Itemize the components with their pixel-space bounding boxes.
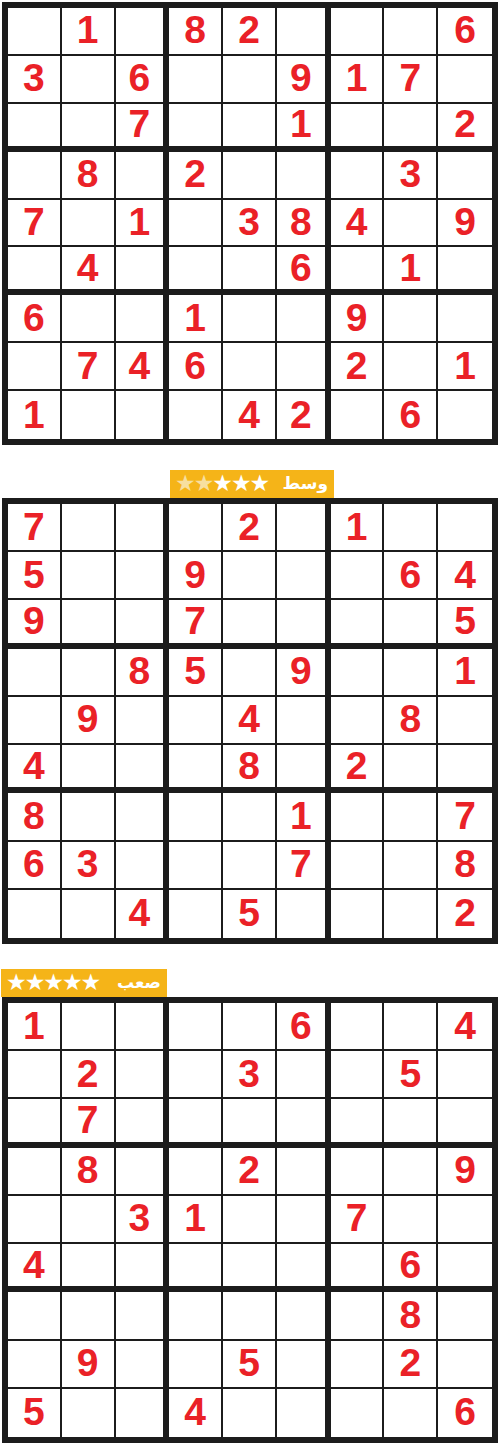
cell-r9c1[interactable]: 5 (8, 1389, 62, 1437)
cell-r6c1[interactable]: 4 (8, 1244, 62, 1292)
cell-r6c1[interactable] (8, 247, 62, 295)
cell-r1c6[interactable] (277, 8, 331, 56)
cell-r7c5[interactable] (223, 793, 277, 841)
cell-r4c5[interactable] (223, 649, 277, 697)
cell-r9c6[interactable] (277, 1389, 331, 1437)
given-digit: 4 (23, 746, 45, 785)
cell-r9c7[interactable] (331, 890, 385, 938)
cell-r6c3[interactable] (116, 247, 170, 295)
cell-r8c5[interactable]: 5 (223, 1341, 277, 1389)
cell-r8c1[interactable] (8, 343, 62, 391)
cell-r1c8[interactable] (384, 8, 438, 56)
cell-r7c8[interactable] (384, 793, 438, 841)
cell-r1c5[interactable]: 2 (223, 8, 277, 56)
given-digit: 4 (129, 893, 151, 932)
cell-r4c9[interactable] (438, 152, 492, 200)
cell-r9c5[interactable] (223, 1389, 277, 1437)
cell-r8c5[interactable] (223, 842, 277, 890)
cell-r4c3[interactable] (116, 1148, 170, 1196)
cell-r2c7[interactable] (331, 552, 385, 600)
cell-r2c9[interactable]: 4 (438, 552, 492, 600)
cell-r2c2[interactable]: 2 (62, 1051, 116, 1099)
cell-r3c5[interactable] (223, 1099, 277, 1147)
cell-r6c5[interactable]: 8 (223, 745, 277, 793)
given-digit: 4 (454, 1006, 476, 1045)
cell-r2c4[interactable] (169, 56, 223, 104)
given-digit: 5 (238, 893, 260, 932)
cell-r2c1[interactable] (8, 1051, 62, 1099)
cell-r7c8[interactable]: 8 (384, 1292, 438, 1340)
cell-r3c2[interactable]: 7 (62, 1099, 116, 1147)
cell-r7c6[interactable]: 1 (277, 793, 331, 841)
cell-r9c2[interactable] (62, 391, 116, 439)
cell-r6c8[interactable] (384, 745, 438, 793)
cell-r4c3[interactable] (116, 152, 170, 200)
sudoku-grid-1: 182636917712823713849461619746211426 (2, 2, 498, 445)
given-digit: 1 (454, 651, 476, 690)
cell-r1c2[interactable] (62, 1003, 116, 1051)
cell-r8c7[interactable]: 2 (331, 343, 385, 391)
cell-r9c3[interactable] (116, 1389, 170, 1437)
cell-r5c4[interactable] (169, 200, 223, 248)
cell-r5c7[interactable]: 7 (331, 1196, 385, 1244)
cell-r8c2[interactable]: 9 (62, 1341, 116, 1389)
cell-r4c1[interactable] (8, 649, 62, 697)
cell-r7c6[interactable] (277, 1292, 331, 1340)
given-digit: 1 (77, 10, 99, 49)
cell-r4c4[interactable]: 2 (169, 152, 223, 200)
cell-r5c2[interactable]: 9 (62, 697, 116, 745)
cell-r8c4[interactable] (169, 1341, 223, 1389)
cell-r3c7[interactable] (331, 104, 385, 152)
cell-r8c7[interactable] (331, 1341, 385, 1389)
cell-r1c1[interactable]: 7 (8, 504, 62, 552)
cell-r8c2[interactable]: 3 (62, 842, 116, 890)
cell-r7c4[interactable] (169, 793, 223, 841)
cell-r7c7[interactable]: 9 (331, 295, 385, 343)
given-digit: 4 (454, 555, 476, 594)
given-digit: 7 (129, 104, 151, 143)
cell-r4c5[interactable]: 2 (223, 1148, 277, 1196)
cell-r9c5[interactable]: 5 (223, 890, 277, 938)
given-digit: 5 (23, 555, 45, 594)
cell-r4c2[interactable] (62, 649, 116, 697)
cell-r4c7[interactable] (331, 649, 385, 697)
cell-r6c1[interactable]: 4 (8, 745, 62, 793)
cell-r8c1[interactable] (8, 1341, 62, 1389)
cell-r6c9[interactable] (438, 745, 492, 793)
cell-r2c7[interactable]: 1 (331, 56, 385, 104)
cell-r9c1[interactable] (8, 890, 62, 938)
cell-r1c3[interactable] (116, 504, 170, 552)
cell-r4c6[interactable] (277, 152, 331, 200)
cell-r9c6[interactable] (277, 890, 331, 938)
cell-r8c1[interactable]: 6 (8, 842, 62, 890)
cell-r7c2[interactable] (62, 295, 116, 343)
cell-r6c7[interactable] (331, 247, 385, 295)
cell-r2c4[interactable]: 9 (169, 552, 223, 600)
given-digit: 2 (238, 1150, 260, 1189)
given-digit: 1 (346, 58, 368, 97)
cell-r5c3[interactable]: 3 (116, 1196, 170, 1244)
cell-r5c5[interactable]: 3 (223, 200, 277, 248)
cell-r1c9[interactable]: 4 (438, 1003, 492, 1051)
given-digit: 7 (184, 601, 206, 640)
given-digit: 9 (184, 555, 206, 594)
cell-r4c2[interactable]: 8 (62, 152, 116, 200)
cell-r8c7[interactable] (331, 842, 385, 890)
cell-r1c3[interactable] (116, 1003, 170, 1051)
cell-r9c6[interactable]: 2 (277, 391, 331, 439)
cell-r8c8[interactable]: 2 (384, 1341, 438, 1389)
cell-r7c1[interactable]: 8 (8, 793, 62, 841)
cell-r3c9[interactable] (438, 1099, 492, 1147)
cell-r8c9[interactable]: 1 (438, 343, 492, 391)
cell-r6c8[interactable]: 1 (384, 247, 438, 295)
given-digit: 9 (77, 699, 99, 738)
cell-r1c8[interactable] (384, 1003, 438, 1051)
cell-r2c4[interactable] (169, 1051, 223, 1099)
star-filled-icon: ★ (231, 472, 252, 495)
cell-r6c9[interactable] (438, 1244, 492, 1292)
cell-r7c9[interactable] (438, 295, 492, 343)
cell-r2c9[interactable] (438, 56, 492, 104)
cell-r7c7[interactable] (331, 1292, 385, 1340)
given-digit: 1 (23, 1006, 45, 1045)
given-digit: 9 (290, 651, 312, 690)
cell-r3c8[interactable] (384, 600, 438, 648)
cell-r6c7[interactable] (331, 1244, 385, 1292)
cell-r3c1[interactable] (8, 1099, 62, 1147)
cell-r1c9[interactable]: 6 (438, 8, 492, 56)
cell-r1c5[interactable]: 2 (223, 504, 277, 552)
given-digit: 6 (454, 1392, 476, 1431)
given-digit: 1 (23, 395, 45, 434)
cell-r5c1[interactable] (8, 697, 62, 745)
cell-r2c9[interactable] (438, 1051, 492, 1099)
cell-r9c4[interactable] (169, 391, 223, 439)
cell-r5c8[interactable] (384, 1196, 438, 1244)
cell-r9c7[interactable] (331, 1389, 385, 1437)
cell-r3c8[interactable] (384, 1099, 438, 1147)
cell-r7c9[interactable] (438, 1292, 492, 1340)
cell-r5c1[interactable] (8, 1196, 62, 1244)
given-digit: 4 (346, 202, 368, 241)
cell-r1c6[interactable]: 6 (277, 1003, 331, 1051)
cell-r5c7[interactable]: 4 (331, 200, 385, 248)
cell-r5c6[interactable] (277, 697, 331, 745)
cell-r2c1[interactable]: 3 (8, 56, 62, 104)
cell-r3c1[interactable] (8, 104, 62, 152)
cell-r5c9[interactable] (438, 697, 492, 745)
given-digit: 9 (454, 202, 476, 241)
given-digit: 2 (290, 395, 312, 434)
cell-r4c9[interactable]: 9 (438, 1148, 492, 1196)
cell-r6c4[interactable] (169, 247, 223, 295)
given-digit: 5 (238, 1343, 260, 1382)
cell-r8c6[interactable] (277, 343, 331, 391)
given-digit: 2 (346, 746, 368, 785)
cell-r1c4[interactable] (169, 1003, 223, 1051)
cell-r2c8[interactable]: 7 (384, 56, 438, 104)
cell-r6c5[interactable] (223, 1244, 277, 1292)
given-digit: 4 (238, 699, 260, 738)
sudoku-page: 182636917712823713849461619746211426 ★★★… (0, 0, 500, 1445)
cell-r8c4[interactable] (169, 842, 223, 890)
cell-r9c9[interactable]: 6 (438, 1389, 492, 1437)
cell-r4c4[interactable] (169, 1148, 223, 1196)
cell-r8c3[interactable] (116, 842, 170, 890)
given-digit: 3 (129, 1198, 151, 1237)
cell-r3c9[interactable]: 5 (438, 600, 492, 648)
cell-r1c7[interactable]: 1 (331, 504, 385, 552)
cell-r3c4[interactable] (169, 1099, 223, 1147)
cell-r3c2[interactable] (62, 104, 116, 152)
cell-r2c7[interactable] (331, 1051, 385, 1099)
cell-r3c3[interactable] (116, 600, 170, 648)
cell-r2c3[interactable] (116, 1051, 170, 1099)
cell-r6c2[interactable]: 4 (62, 247, 116, 295)
cell-r8c9[interactable]: 8 (438, 842, 492, 890)
cell-r5c8[interactable] (384, 200, 438, 248)
cell-r8c3[interactable]: 4 (116, 343, 170, 391)
cell-r4c3[interactable]: 8 (116, 649, 170, 697)
cell-r1c4[interactable]: 8 (169, 8, 223, 56)
given-digit: 7 (23, 202, 45, 241)
cell-r7c1[interactable] (8, 1292, 62, 1340)
star-filled-icon: ★ (62, 971, 83, 994)
cell-r5c6[interactable] (277, 1196, 331, 1244)
given-digit: 5 (23, 1392, 45, 1431)
star-filled-icon: ★ (43, 971, 64, 994)
cell-r6c4[interactable] (169, 1244, 223, 1292)
given-digit: 9 (23, 601, 45, 640)
cell-r3c2[interactable] (62, 600, 116, 648)
cell-r1c3[interactable] (116, 8, 170, 56)
cell-r4c1[interactable] (8, 1148, 62, 1196)
cell-r1c2[interactable] (62, 504, 116, 552)
given-digit: 1 (184, 1198, 206, 1237)
cell-r8c3[interactable] (116, 1341, 170, 1389)
cell-r1c6[interactable] (277, 504, 331, 552)
cell-r4c9[interactable]: 1 (438, 649, 492, 697)
cell-r7c8[interactable] (384, 295, 438, 343)
cell-r6c4[interactable] (169, 745, 223, 793)
given-digit: 6 (290, 1006, 312, 1045)
cell-r8c2[interactable]: 7 (62, 343, 116, 391)
cell-r9c4[interactable] (169, 890, 223, 938)
cell-r3c4[interactable] (169, 104, 223, 152)
given-digit: 6 (23, 298, 45, 337)
cell-r1c5[interactable] (223, 1003, 277, 1051)
cell-r3c7[interactable] (331, 600, 385, 648)
cell-r2c6[interactable] (277, 1051, 331, 1099)
cell-r3c8[interactable] (384, 104, 438, 152)
cell-r8c4[interactable]: 6 (169, 343, 223, 391)
cell-r9c8[interactable]: 6 (384, 391, 438, 439)
cell-r6c8[interactable]: 6 (384, 1244, 438, 1292)
cell-r7c1[interactable]: 6 (8, 295, 62, 343)
cell-r5c9[interactable] (438, 1196, 492, 1244)
difficulty-banner-hard: ★★★★★ صعب (1, 969, 167, 997)
cell-r2c6[interactable] (277, 552, 331, 600)
cell-r2c3[interactable]: 6 (116, 56, 170, 104)
given-digit: 8 (77, 154, 99, 193)
given-digit: 2 (184, 154, 206, 193)
cell-r4c6[interactable]: 9 (277, 649, 331, 697)
cell-r4c2[interactable]: 8 (62, 1148, 116, 1196)
cell-r4c1[interactable] (8, 152, 62, 200)
cell-r5c5[interactable] (223, 1196, 277, 1244)
cell-r3c3[interactable] (116, 1099, 170, 1147)
cell-r5c5[interactable]: 4 (223, 697, 277, 745)
cell-r8c9[interactable] (438, 1341, 492, 1389)
cell-r2c8[interactable]: 6 (384, 552, 438, 600)
cell-r5c6[interactable]: 8 (277, 200, 331, 248)
cell-r5c4[interactable]: 1 (169, 1196, 223, 1244)
cell-r2c5[interactable]: 3 (223, 1051, 277, 1099)
given-digit: 6 (454, 10, 476, 49)
cell-r7c7[interactable] (331, 793, 385, 841)
cell-r9c8[interactable] (384, 890, 438, 938)
cell-r5c9[interactable]: 9 (438, 200, 492, 248)
cell-r3c9[interactable]: 2 (438, 104, 492, 152)
given-digit: 8 (399, 699, 421, 738)
cell-r2c2[interactable] (62, 56, 116, 104)
cell-r2c1[interactable]: 5 (8, 552, 62, 600)
cell-r3c1[interactable]: 9 (8, 600, 62, 648)
given-digit: 4 (238, 395, 260, 434)
cell-r6c9[interactable] (438, 247, 492, 295)
given-digit: 6 (184, 346, 206, 385)
given-digit: 1 (399, 248, 421, 287)
cell-r9c9[interactable] (438, 391, 492, 439)
cell-r9c5[interactable]: 4 (223, 391, 277, 439)
cell-r1c9[interactable] (438, 504, 492, 552)
given-digit: 3 (77, 844, 99, 883)
cell-r7c5[interactable] (223, 295, 277, 343)
cell-r4c6[interactable] (277, 1148, 331, 1196)
cell-r3c6[interactable]: 1 (277, 104, 331, 152)
cell-r2c8[interactable]: 5 (384, 1051, 438, 1099)
cell-r7c4[interactable] (169, 1292, 223, 1340)
cell-r9c7[interactable] (331, 391, 385, 439)
cell-r7c2[interactable] (62, 793, 116, 841)
cell-r9c2[interactable] (62, 890, 116, 938)
given-digit: 8 (184, 10, 206, 49)
cell-r9c4[interactable]: 4 (169, 1389, 223, 1437)
cell-r8c8[interactable] (384, 842, 438, 890)
cell-r5c8[interactable]: 8 (384, 697, 438, 745)
cell-r9c3[interactable] (116, 391, 170, 439)
cell-r5c3[interactable] (116, 697, 170, 745)
cell-r9c8[interactable] (384, 1389, 438, 1437)
cell-r1c1[interactable]: 1 (8, 1003, 62, 1051)
cell-r9c2[interactable] (62, 1389, 116, 1437)
cell-r2c5[interactable] (223, 56, 277, 104)
cell-r7c9[interactable]: 7 (438, 793, 492, 841)
given-digit: 1 (290, 796, 312, 835)
given-digit: 4 (77, 248, 99, 287)
cell-r7c3[interactable] (116, 1292, 170, 1340)
cell-r7c3[interactable] (116, 793, 170, 841)
cell-r4c7[interactable] (331, 152, 385, 200)
cell-r6c3[interactable] (116, 745, 170, 793)
cell-r4c7[interactable] (331, 1148, 385, 1196)
cell-r2c3[interactable] (116, 552, 170, 600)
given-digit: 2 (454, 893, 476, 932)
cell-r4c8[interactable]: 3 (384, 152, 438, 200)
cell-r4c4[interactable]: 5 (169, 649, 223, 697)
cell-r3c4[interactable]: 7 (169, 600, 223, 648)
cell-r5c4[interactable] (169, 697, 223, 745)
cell-r2c6[interactable]: 9 (277, 56, 331, 104)
given-digit: 1 (346, 507, 368, 546)
given-digit: 8 (238, 746, 260, 785)
cell-r3c3[interactable]: 7 (116, 104, 170, 152)
cell-r3c5[interactable] (223, 104, 277, 152)
cell-r1c8[interactable] (384, 504, 438, 552)
cell-r6c2[interactable] (62, 1244, 116, 1292)
cell-r6c6[interactable]: 6 (277, 247, 331, 295)
cell-r3c6[interactable] (277, 600, 331, 648)
cell-r6c7[interactable]: 2 (331, 745, 385, 793)
cell-r5c3[interactable]: 1 (116, 200, 170, 248)
cell-r8c6[interactable] (277, 1341, 331, 1389)
cell-r6c2[interactable] (62, 745, 116, 793)
cell-r8c5[interactable] (223, 343, 277, 391)
cell-r6c6[interactable] (277, 1244, 331, 1292)
cell-r3c6[interactable] (277, 1099, 331, 1147)
cell-r9c9[interactable]: 2 (438, 890, 492, 938)
cell-r2c5[interactable] (223, 552, 277, 600)
cell-r8c6[interactable]: 7 (277, 842, 331, 890)
cell-r4c8[interactable] (384, 649, 438, 697)
cell-r7c5[interactable] (223, 1292, 277, 1340)
given-digit: 8 (454, 844, 476, 883)
cell-r5c1[interactable]: 7 (8, 200, 62, 248)
cell-r9c1[interactable]: 1 (8, 391, 62, 439)
cell-r5c2[interactable] (62, 200, 116, 248)
cell-r1c4[interactable] (169, 504, 223, 552)
cell-r6c6[interactable] (277, 745, 331, 793)
cell-r1c1[interactable] (8, 8, 62, 56)
cell-r2c2[interactable] (62, 552, 116, 600)
cell-r5c2[interactable] (62, 1196, 116, 1244)
cell-r9c3[interactable]: 4 (116, 890, 170, 938)
given-digit: 4 (23, 1245, 45, 1284)
cell-r4c8[interactable] (384, 1148, 438, 1196)
cell-r3c5[interactable] (223, 600, 277, 648)
given-digit: 9 (290, 58, 312, 97)
cell-r4c5[interactable] (223, 152, 277, 200)
cell-r8c8[interactable] (384, 343, 438, 391)
cell-r3c7[interactable] (331, 1099, 385, 1147)
cell-r7c3[interactable] (116, 295, 170, 343)
cell-r7c4[interactable]: 1 (169, 295, 223, 343)
cell-r7c6[interactable] (277, 295, 331, 343)
given-digit: 2 (346, 346, 368, 385)
cell-r1c7[interactable] (331, 8, 385, 56)
cell-r7c2[interactable] (62, 1292, 116, 1340)
cell-r6c3[interactable] (116, 1244, 170, 1292)
given-digit: 3 (238, 1054, 260, 1093)
star-filled-icon: ★ (6, 971, 27, 994)
cell-r1c7[interactable] (331, 1003, 385, 1051)
cell-r6c5[interactable] (223, 247, 277, 295)
cell-r5c7[interactable] (331, 697, 385, 745)
cell-r1c2[interactable]: 1 (62, 8, 116, 56)
